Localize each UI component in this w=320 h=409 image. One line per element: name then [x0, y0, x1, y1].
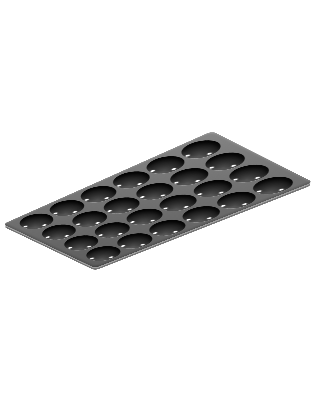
specular-highlight [121, 245, 126, 247]
specular-highlight [137, 183, 142, 185]
specular-highlight [220, 205, 225, 207]
specular-highlight [174, 181, 179, 183]
specular-highlight [118, 233, 123, 235]
specular-highlight [98, 234, 103, 236]
specular-highlight [130, 221, 135, 223]
specular-highlight [279, 188, 284, 190]
specular-highlight [73, 211, 78, 213]
specular-highlight [207, 152, 212, 154]
specular-highlight [150, 220, 155, 222]
specular-highlight [116, 184, 121, 186]
specular-highlight [140, 244, 145, 246]
specular-highlight [90, 257, 95, 259]
specular-highlight [42, 224, 47, 226]
baking-mold-tray [3, 131, 313, 268]
specular-highlight [87, 246, 92, 248]
specular-highlight [207, 217, 212, 219]
specular-highlight [84, 199, 89, 201]
specular-highlight [171, 168, 176, 170]
specular-highlight [160, 194, 165, 196]
specular-highlight [186, 219, 191, 221]
specular-highlight [153, 232, 158, 234]
specular-highlight [256, 190, 261, 192]
specular-highlight [45, 236, 49, 238]
specular-highlight [209, 166, 214, 168]
specular-highlight [109, 256, 114, 258]
specular-highlight [195, 180, 200, 182]
specular-highlight [140, 196, 145, 198]
specular-highlight [64, 235, 69, 237]
specular-highlight [104, 197, 109, 199]
specular-highlight [185, 154, 190, 156]
specular-highlight [23, 225, 27, 227]
specular-highlight [68, 247, 72, 249]
specular-highlight [197, 193, 202, 195]
product-photo [0, 0, 320, 409]
specular-highlight [184, 206, 189, 208]
specular-highlight [163, 207, 168, 209]
specular-highlight [107, 210, 112, 212]
specular-highlight [231, 164, 236, 166]
specular-highlight [255, 177, 260, 179]
specular-highlight [233, 178, 238, 180]
specular-highlight [53, 212, 58, 214]
specular-highlight [150, 170, 155, 172]
specular-highlight [76, 223, 81, 225]
specular-highlight [95, 222, 100, 224]
specular-highlight [218, 191, 223, 193]
specular-highlight [127, 208, 132, 210]
specular-highlight [242, 203, 247, 205]
specular-highlight [173, 231, 178, 233]
